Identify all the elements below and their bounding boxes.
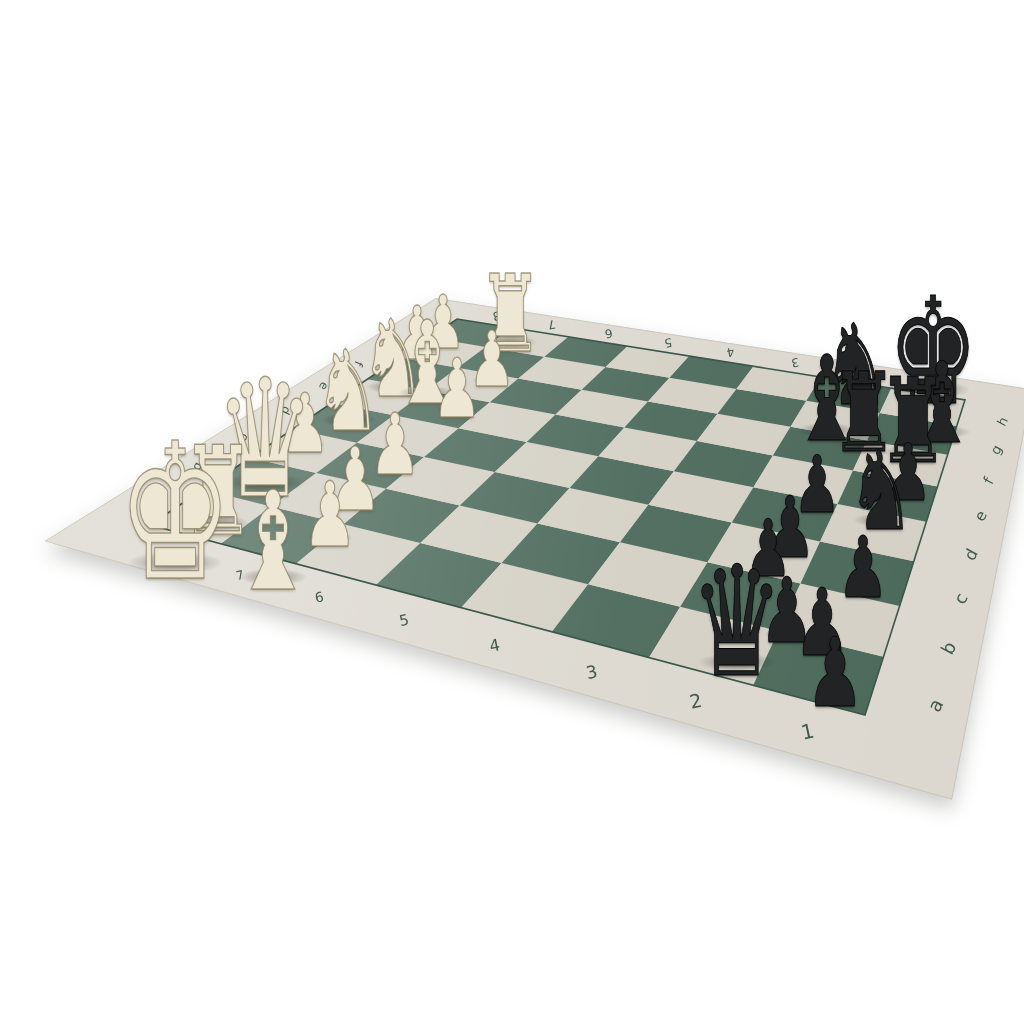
- chess-set-photo: 1122334455667788aabbccddeeffgghh ♚♜♛♟♞♞♝…: [0, 0, 1024, 1024]
- chessboard: 1122334455667788aabbccddeeffgghh: [0, 0, 1024, 1024]
- mat-light-fade: [45, 299, 1024, 800]
